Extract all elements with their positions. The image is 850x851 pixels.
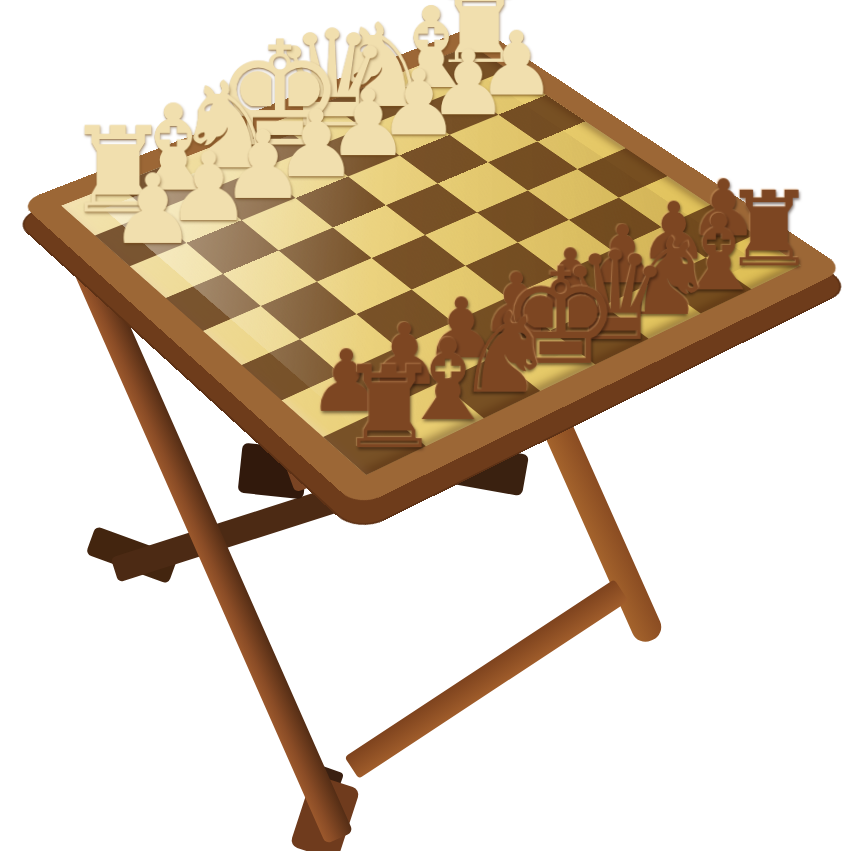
board-scene: ♜♝♞♚♛♞♝♜♟♟♟♟♟♟♟♟♟♟♟♟♟♟♟♟♜♝♞♚♛♞♝♜ xyxy=(0,0,850,851)
dark-pawn: ♟ xyxy=(689,177,759,241)
chess-table-photo: ♜♝♞♚♛♞♝♜♟♟♟♟♟♟♟♟♟♟♟♟♟♟♟♟♜♝♞♚♛♞♝♜ xyxy=(0,0,850,851)
chessboard: ♜♝♞♚♛♞♝♜♟♟♟♟♟♟♟♟♟♟♟♟♟♟♟♟♜♝♞♚♛♞♝♜ xyxy=(19,25,846,507)
white-rook: ♜ xyxy=(430,0,528,75)
square-a7: ♟ xyxy=(662,205,755,258)
